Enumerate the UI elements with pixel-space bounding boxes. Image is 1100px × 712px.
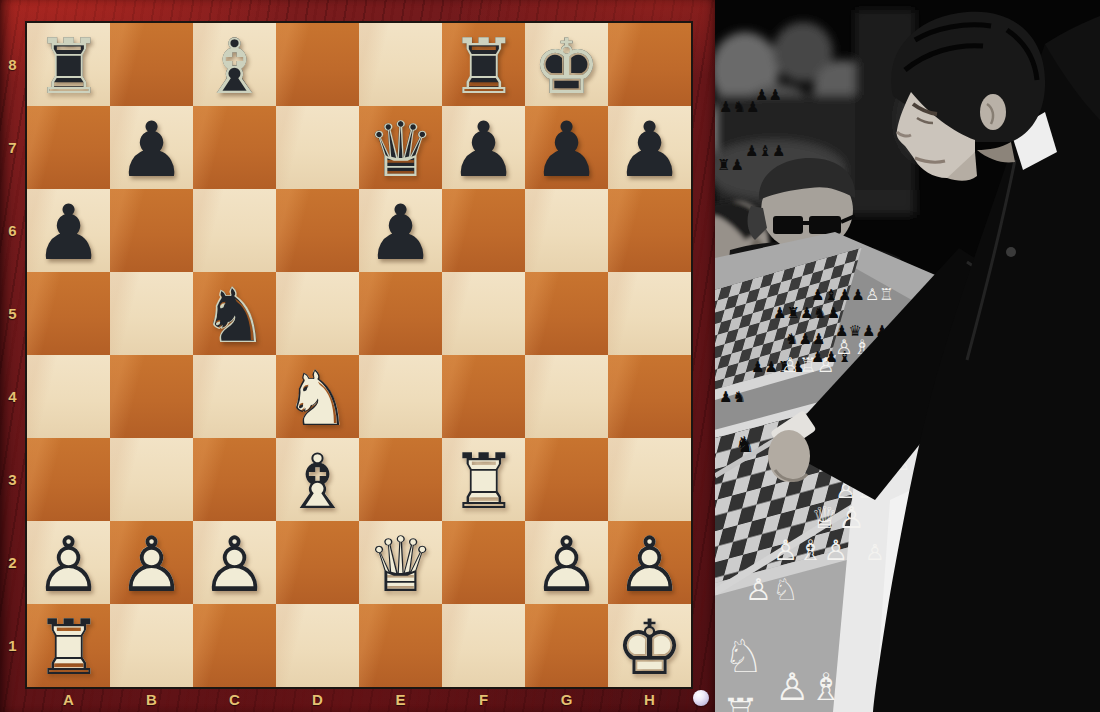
square-a3[interactable]	[27, 438, 110, 521]
rank-label-6: 6	[0, 189, 25, 272]
rank-label-5: 5	[0, 272, 25, 355]
file-label-b: B	[110, 687, 193, 712]
black-rook: ♜♖	[442, 23, 525, 106]
white-king: ♚♔	[608, 604, 691, 687]
square-f4[interactable]	[442, 355, 525, 438]
square-h7[interactable]: ♟	[608, 106, 691, 189]
square-a7[interactable]	[27, 106, 110, 189]
square-h6[interactable]	[608, 189, 691, 272]
white-bishop: ♝♗	[276, 438, 359, 521]
rank-label-4: 4	[0, 355, 25, 438]
svg-text:♙♘: ♙♘	[745, 572, 799, 607]
square-h3[interactable]	[608, 438, 691, 521]
svg-text:♕♙: ♕♙	[811, 500, 865, 535]
file-label-f: F	[442, 687, 525, 712]
svg-text:♟♞: ♟♞	[719, 388, 746, 406]
square-d6[interactable]	[276, 189, 359, 272]
square-g2[interactable]: ♟♙	[525, 521, 608, 604]
square-b8[interactable]	[110, 23, 193, 106]
square-a8[interactable]: ♜♖	[27, 23, 110, 106]
square-b4[interactable]	[110, 355, 193, 438]
svg-text:♙: ♙	[865, 540, 885, 565]
svg-text:♜♟: ♜♟	[717, 156, 744, 174]
square-e7[interactable]: ♛♕	[359, 106, 442, 189]
white-knight: ♞♘	[276, 355, 359, 438]
rank-labels: 87654321	[0, 23, 25, 687]
square-g4[interactable]	[525, 355, 608, 438]
white-pawn: ♟♙	[608, 521, 691, 604]
file-labels: ABCDEFGH	[27, 687, 691, 712]
square-g1[interactable]	[525, 604, 608, 687]
svg-text:♞: ♞	[735, 432, 755, 457]
square-h1[interactable]: ♚♔	[608, 604, 691, 687]
square-c5[interactable]: ♞♘	[193, 272, 276, 355]
square-d5[interactable]	[276, 272, 359, 355]
square-c6[interactable]	[193, 189, 276, 272]
board-resize-handle[interactable]	[693, 690, 709, 706]
file-label-d: D	[276, 687, 359, 712]
black-pawn: ♟	[27, 189, 110, 272]
square-d3[interactable]: ♝♗	[276, 438, 359, 521]
square-b5[interactable]	[110, 272, 193, 355]
page: ♜♖♝♗♜♖♚♔♟♛♕♟♟♟♟♟♞♘♞♘♝♗♜♖♟♙♟♙♟♙♛♕♟♙♟♙♜♖♚♔…	[0, 0, 1100, 712]
black-king: ♚♔	[525, 23, 608, 106]
file-label-e: E	[359, 687, 442, 712]
square-f7[interactable]: ♟	[442, 106, 525, 189]
photo-simul-exhibition: ♟♞♟♟♟ ♜♟♟♝♟ ♟♜♟♞♟♟♝♟♟ ♟♛♟♟♞♟♟ ♟♟♜♟♟♟♝ ♟♜…	[715, 0, 1100, 712]
white-pawn: ♟♙	[525, 521, 608, 604]
square-g3[interactable]	[525, 438, 608, 521]
black-knight: ♞♘	[193, 272, 276, 355]
svg-text:♟♜♟♞♟: ♟♜♟♞♟	[773, 304, 840, 322]
square-f8[interactable]: ♜♖	[442, 23, 525, 106]
black-pawn: ♟	[608, 106, 691, 189]
white-rook: ♜♖	[442, 438, 525, 521]
svg-text:♙♗♙: ♙♗♙	[773, 534, 848, 567]
square-e4[interactable]	[359, 355, 442, 438]
square-d7[interactable]	[276, 106, 359, 189]
square-c2[interactable]: ♟♙	[193, 521, 276, 604]
square-b6[interactable]	[110, 189, 193, 272]
square-d1[interactable]	[276, 604, 359, 687]
svg-text:♟♟: ♟♟	[755, 86, 782, 104]
photo-illustration: ♟♞♟♟♟ ♜♟♟♝♟ ♟♜♟♞♟♟♝♟♟ ♟♛♟♟♞♟♟ ♟♟♜♟♟♟♝ ♟♜…	[715, 0, 1100, 712]
square-a5[interactable]	[27, 272, 110, 355]
square-f1[interactable]	[442, 604, 525, 687]
black-queen: ♛♕	[359, 106, 442, 189]
square-h2[interactable]: ♟♙	[608, 521, 691, 604]
rank-label-1: 1	[0, 604, 25, 687]
white-pawn: ♟♙	[193, 521, 276, 604]
square-b7[interactable]: ♟	[110, 106, 193, 189]
square-a6[interactable]: ♟	[27, 189, 110, 272]
square-a2[interactable]: ♟♙	[27, 521, 110, 604]
svg-text:♞♟♟: ♞♟♟	[785, 330, 825, 348]
square-g5[interactable]	[525, 272, 608, 355]
file-label-c: C	[193, 687, 276, 712]
white-pawn: ♟♙	[27, 521, 110, 604]
black-bishop: ♝♗	[193, 23, 276, 106]
square-h4[interactable]	[608, 355, 691, 438]
white-rook: ♜♖	[27, 604, 110, 687]
svg-text:♙♖♙: ♙♖♙	[781, 353, 835, 377]
file-label-g: G	[525, 687, 608, 712]
svg-text:♟♝♟♟: ♟♝♟♟	[811, 286, 865, 304]
square-e5[interactable]	[359, 272, 442, 355]
black-pawn: ♟	[359, 189, 442, 272]
white-pawn: ♟♙	[110, 521, 193, 604]
square-e8[interactable]	[359, 23, 442, 106]
square-f6[interactable]	[442, 189, 525, 272]
square-e2[interactable]: ♛♕	[359, 521, 442, 604]
square-a1[interactable]: ♜♖	[27, 604, 110, 687]
rank-label-2: 2	[0, 521, 25, 604]
square-a4[interactable]	[27, 355, 110, 438]
square-c4[interactable]	[193, 355, 276, 438]
square-h5[interactable]	[608, 272, 691, 355]
square-g8[interactable]: ♚♔	[525, 23, 608, 106]
square-c8[interactable]: ♝♗	[193, 23, 276, 106]
square-d8[interactable]	[276, 23, 359, 106]
chess-board: ♜♖♝♗♜♖♚♔♟♛♕♟♟♟♟♟♞♘♞♘♝♗♜♖♟♙♟♙♟♙♛♕♟♙♟♙♜♖♚♔	[25, 21, 693, 689]
square-c1[interactable]	[193, 604, 276, 687]
square-d4[interactable]: ♞♘	[276, 355, 359, 438]
square-g6[interactable]	[525, 189, 608, 272]
square-c7[interactable]	[193, 106, 276, 189]
square-c3[interactable]	[193, 438, 276, 521]
square-b2[interactable]: ♟♙	[110, 521, 193, 604]
svg-text:♘: ♘	[723, 629, 764, 683]
rank-label-3: 3	[0, 438, 25, 521]
rank-label-7: 7	[0, 106, 25, 189]
svg-text:♙♖: ♙♖	[865, 285, 894, 304]
file-label-a: A	[27, 687, 110, 712]
white-queen: ♛♕	[359, 521, 442, 604]
file-label-h: H	[608, 687, 691, 712]
square-d2[interactable]	[276, 521, 359, 604]
square-f5[interactable]	[442, 272, 525, 355]
svg-text:♙♗: ♙♗	[775, 665, 843, 709]
black-pawn: ♟	[525, 106, 608, 189]
square-e6[interactable]: ♟	[359, 189, 442, 272]
black-rook: ♜♖	[27, 23, 110, 106]
square-b1[interactable]	[110, 604, 193, 687]
svg-text:♟♞♟: ♟♞♟	[719, 98, 759, 116]
black-pawn: ♟	[110, 106, 193, 189]
square-h8[interactable]	[608, 23, 691, 106]
black-pawn: ♟	[442, 106, 525, 189]
square-g7[interactable]: ♟	[525, 106, 608, 189]
square-f3[interactable]: ♜♖	[442, 438, 525, 521]
square-f2[interactable]	[442, 521, 525, 604]
square-e1[interactable]	[359, 604, 442, 687]
square-e3[interactable]	[359, 438, 442, 521]
square-b3[interactable]	[110, 438, 193, 521]
svg-text:♟♝♟: ♟♝♟	[745, 142, 785, 160]
rank-label-8: 8	[0, 23, 25, 106]
svg-text:♖: ♖	[721, 689, 760, 712]
